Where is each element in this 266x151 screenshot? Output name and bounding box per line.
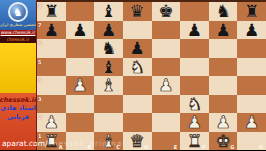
piece-br: ♜ (44, 2, 59, 20)
rank-label-7: 7 (38, 22, 41, 28)
piece-br: ♜ (244, 2, 259, 20)
square-f2: ♟ (180, 113, 209, 132)
square-e5 (152, 58, 181, 77)
square-b7: ♟ (66, 21, 95, 40)
square-b3 (66, 95, 95, 114)
piece-bp: ♟ (44, 21, 59, 39)
board: ♜8♝♛♚♞♜♟7♟♟♟♟♟6♞♟5♝♞4♟♝♟3♞♟2♟♟♟♜1AB♝C♛DE… (37, 0, 266, 150)
rank-label-5: 5 (38, 59, 41, 65)
piece-bp: ♟ (101, 21, 116, 39)
file-label-g: G (230, 144, 234, 150)
piece-bp: ♟ (130, 39, 145, 57)
square-a7: ♟7 (37, 21, 66, 40)
square-a5: 5 (37, 58, 66, 77)
square-h3 (237, 95, 266, 114)
piece-wn: ♞ (130, 58, 145, 76)
piece-bn: ♞ (101, 39, 116, 57)
square-h2: ♟ (237, 113, 266, 132)
square-g1: ♚G (209, 132, 238, 151)
square-h1: H (237, 132, 266, 151)
square-c3 (94, 95, 123, 114)
piece-wp: ♟ (215, 113, 230, 131)
square-a6: 6 (37, 39, 66, 58)
square-a8: ♜8 (37, 2, 66, 21)
piece-bp: ♟ (215, 21, 230, 39)
square-c8: ♝ (94, 2, 123, 21)
site-logo-icon: ♞ (8, 2, 28, 22)
sidebar-yellow-panel (0, 43, 36, 93)
square-c6: ♞ (94, 39, 123, 58)
square-g7: ♟ (209, 21, 238, 40)
piece-wk: ♚ (215, 132, 230, 150)
piece-wq: ♛ (130, 132, 145, 150)
square-h4 (237, 76, 266, 95)
square-h5 (237, 58, 266, 77)
piece-wp: ♟ (158, 76, 173, 94)
piece-wp: ♟ (44, 113, 59, 131)
square-f1: ♜F (180, 132, 209, 151)
square-b8 (66, 2, 95, 21)
file-label-h: H (259, 144, 263, 150)
video-frame: ♞ سایت تخصصی شطرنج ایران www.chessok.ir … (0, 0, 266, 150)
square-c7: ♟ (94, 21, 123, 40)
rank-label-2: 2 (38, 114, 41, 120)
square-d1: ♛D (123, 132, 152, 151)
square-f3: ♞ (180, 95, 209, 114)
file-label-e: E (174, 144, 177, 150)
square-d6: ♟ (123, 39, 152, 58)
square-g5 (209, 58, 238, 77)
site-url-secondary: chessok.ir (0, 36, 36, 43)
square-d3 (123, 95, 152, 114)
square-e4: ♟ (152, 76, 181, 95)
sidebar-header: ♞ سایت تخصصی شطرنج ایران (0, 0, 36, 30)
rank-label-6: 6 (38, 40, 41, 46)
piece-bp: ♟ (187, 21, 202, 39)
site-tagline: سایت تخصصی شطرنج ایران (0, 22, 36, 27)
file-label-d: D (144, 144, 148, 150)
square-g6 (209, 39, 238, 58)
square-f4 (180, 76, 209, 95)
square-g2: ♟ (209, 113, 238, 132)
piece-bk: ♚ (158, 2, 173, 20)
instructor-name-line1: استاد هادی (0, 104, 36, 113)
watermark-suffix: chessok_original (48, 139, 126, 148)
square-e1: E (152, 132, 181, 151)
rank-label-3: 3 (38, 96, 41, 102)
piece-bq: ♛ (130, 2, 145, 20)
square-f6 (180, 39, 209, 58)
square-f5 (180, 58, 209, 77)
piece-wn: ♞ (187, 95, 202, 113)
piece-bp: ♟ (72, 21, 87, 39)
piece-wb: ♝ (101, 76, 116, 94)
piece-wp: ♟ (187, 113, 202, 131)
piece-wp: ♟ (244, 113, 259, 131)
piece-wp: ♟ (72, 76, 87, 94)
square-g8: ♞ (209, 2, 238, 21)
square-c5: ♝ (94, 58, 123, 77)
piece-wr: ♜ (187, 132, 202, 150)
watermark-prefix: aparat.com/ (2, 139, 48, 148)
sidebar: ♞ سایت تخصصی شطرنج ایران www.chessok.ir … (0, 0, 37, 150)
square-e6 (152, 39, 181, 58)
square-d4 (123, 76, 152, 95)
square-g4 (209, 76, 238, 95)
watermark: aparat.com/chessok_original (2, 139, 126, 148)
rank-label-8: 8 (38, 3, 41, 9)
square-a2: ♟2 (37, 113, 66, 132)
square-b4: ♟ (66, 76, 95, 95)
file-label-f: F (202, 144, 205, 150)
square-f8 (180, 2, 209, 21)
square-b2 (66, 113, 95, 132)
rank-label-4: 4 (38, 77, 41, 83)
square-d2 (123, 113, 152, 132)
square-c2 (94, 113, 123, 132)
square-f7: ♟ (180, 21, 209, 40)
square-h6 (237, 39, 266, 58)
square-d8: ♛ (123, 2, 152, 21)
piece-bp: ♟ (244, 21, 259, 39)
piece-bn: ♞ (215, 2, 230, 20)
square-e8: ♚ (152, 2, 181, 21)
square-c4: ♝ (94, 76, 123, 95)
brand-name: chessok.ir (0, 96, 37, 104)
square-d5: ♞ (123, 58, 152, 77)
square-b6 (66, 39, 95, 58)
square-e2 (152, 113, 181, 132)
square-b5 (66, 58, 95, 77)
piece-bb: ♝ (101, 2, 116, 20)
square-a4: 4 (37, 76, 66, 95)
square-h8: ♜ (237, 2, 266, 21)
piece-bb: ♝ (101, 58, 116, 76)
square-a3: 3 (37, 95, 66, 114)
square-d7 (123, 21, 152, 40)
square-e3 (152, 95, 181, 114)
rank-label-1: 1 (38, 133, 41, 139)
square-e7 (152, 21, 181, 40)
instructor-name-line2: قربانی (7, 113, 29, 122)
square-g3 (209, 95, 238, 114)
square-h7: ♟ (237, 21, 266, 40)
